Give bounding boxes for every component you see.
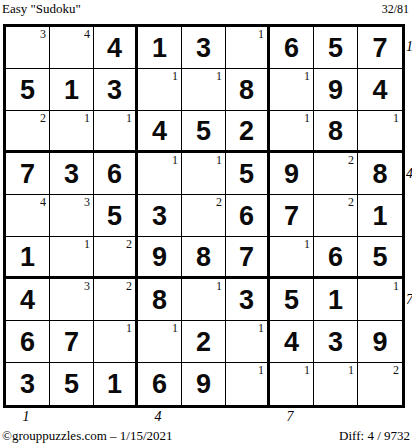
given-digit: 4 xyxy=(107,35,122,62)
given-digit: 7 xyxy=(64,329,79,356)
cell-r3c9[interactable]: 1 xyxy=(358,111,402,153)
pencil-mark: 2 xyxy=(393,364,399,376)
cell-r3c1[interactable]: 2 xyxy=(6,111,50,153)
cell-r2c5[interactable]: 1 xyxy=(182,69,226,111)
pencil-mark: 1 xyxy=(172,322,178,334)
cell-r3c5[interactable]: 5 xyxy=(182,111,226,153)
pencil-mark: 2 xyxy=(216,196,222,208)
given-digit: 3 xyxy=(152,203,167,230)
pencil-mark: 1 xyxy=(84,238,90,250)
pencil-mark: 1 xyxy=(126,322,132,334)
sudoku-page: Easy "Sudoku" 32/81 34413165751311819421… xyxy=(0,0,412,445)
given-digit: 9 xyxy=(196,371,211,398)
cell-r8c5[interactable]: 2 xyxy=(182,321,226,363)
cell-r1c2[interactable]: 4 xyxy=(50,27,94,69)
cell-r8c6[interactable]: 1 xyxy=(226,321,270,363)
pencil-mark: 1 xyxy=(216,280,222,292)
cell-r7c1[interactable]: 4 xyxy=(6,279,50,321)
row-label-4: 4 xyxy=(406,167,412,181)
pencil-mark: 1 xyxy=(304,70,310,82)
given-digit: 6 xyxy=(239,203,254,230)
cell-r4c4[interactable]: 1 xyxy=(138,153,182,195)
pencil-mark: 1 xyxy=(258,322,264,334)
given-digit: 7 xyxy=(239,244,254,271)
cell-r7c2[interactable]: 3 xyxy=(50,279,94,321)
pencil-mark: 1 xyxy=(258,364,264,376)
pencil-mark: 1 xyxy=(393,112,399,124)
pencil-mark: 1 xyxy=(304,364,310,376)
pencil-mark: 3 xyxy=(84,196,90,208)
pencil-mark: 1 xyxy=(304,238,310,250)
given-digit: 5 xyxy=(284,287,299,314)
col-label-7: 7 xyxy=(268,410,312,424)
given-digit: 3 xyxy=(239,287,254,314)
cell-r6c3[interactable]: 2 xyxy=(94,237,138,279)
pencil-mark: 1 xyxy=(84,112,90,124)
pencil-mark: 3 xyxy=(84,280,90,292)
given-digit: 5 xyxy=(372,244,387,271)
given-digit: 7 xyxy=(284,203,299,230)
pencil-mark: 1 xyxy=(172,70,178,82)
cell-r9c9[interactable]: 2 xyxy=(358,363,402,405)
cell-r7c9[interactable]: 1 xyxy=(358,279,402,321)
cell-r1c9[interactable]: 7 xyxy=(358,27,402,69)
cell-r4c2[interactable]: 3 xyxy=(50,153,94,195)
given-digit: 2 xyxy=(196,329,211,356)
cell-r9c1[interactable]: 3 xyxy=(6,363,50,405)
cell-r5c4[interactable]: 3 xyxy=(138,195,182,237)
given-digit: 4 xyxy=(284,329,299,356)
cell-r3c3[interactable]: 1 xyxy=(94,111,138,153)
given-digit: 9 xyxy=(152,244,167,271)
cell-r2c7[interactable]: 1 xyxy=(270,69,314,111)
given-digit: 6 xyxy=(328,244,343,271)
cell-r7c8[interactable]: 1 xyxy=(314,279,358,321)
cell-r5c1[interactable]: 4 xyxy=(6,195,50,237)
pencil-mark: 2 xyxy=(348,196,354,208)
cell-r9c7[interactable]: 1 xyxy=(270,363,314,405)
given-digit: 3 xyxy=(107,77,122,104)
given-digit: 5 xyxy=(64,371,79,398)
cell-r6c2[interactable]: 1 xyxy=(50,237,94,279)
given-digit: 6 xyxy=(20,329,35,356)
cell-r4c3[interactable]: 6 xyxy=(94,153,138,195)
given-digit: 2 xyxy=(239,118,254,145)
cell-r4c1[interactable]: 7 xyxy=(6,153,50,195)
given-digit: 6 xyxy=(152,371,167,398)
given-digit: 8 xyxy=(328,118,343,145)
cell-r4c9[interactable]: 8 xyxy=(358,153,402,195)
cell-r8c2[interactable]: 7 xyxy=(50,321,94,363)
cell-r7c6[interactable]: 3 xyxy=(226,279,270,321)
cell-r7c3[interactable]: 2 xyxy=(94,279,138,321)
given-digit: 5 xyxy=(328,35,343,62)
cell-r5c7[interactable]: 7 xyxy=(270,195,314,237)
copyright-text: ©grouppuzzles.com – 1/15/2021 xyxy=(2,428,173,444)
cell-r7c5[interactable]: 1 xyxy=(182,279,226,321)
cell-r3c4[interactable]: 4 xyxy=(138,111,182,153)
pencil-mark: 1 xyxy=(126,112,132,124)
cell-r9c4[interactable]: 6 xyxy=(138,363,182,405)
cell-r3c7[interactable]: 1 xyxy=(270,111,314,153)
cell-r3c2[interactable]: 1 xyxy=(50,111,94,153)
cell-r6c6[interactable]: 7 xyxy=(226,237,270,279)
given-digit: 8 xyxy=(152,287,167,314)
cell-r2c9[interactable]: 4 xyxy=(358,69,402,111)
cell-r9c6[interactable]: 1 xyxy=(226,363,270,405)
difficulty-text: Diff: 4 / 9732 xyxy=(339,428,410,444)
given-digit: 4 xyxy=(152,118,167,145)
cell-r8c8[interactable]: 3 xyxy=(314,321,358,363)
given-digit: 4 xyxy=(20,287,35,314)
given-digit: 7 xyxy=(372,35,387,62)
given-digit: 9 xyxy=(372,329,387,356)
cell-r8c4[interactable]: 1 xyxy=(138,321,182,363)
given-digit: 1 xyxy=(372,203,387,230)
row-label-7: 7 xyxy=(406,293,412,307)
cell-r8c9[interactable]: 9 xyxy=(358,321,402,363)
cell-r9c2[interactable]: 5 xyxy=(50,363,94,405)
cell-r6c4[interactable]: 9 xyxy=(138,237,182,279)
given-digit: 1 xyxy=(64,77,79,104)
cell-r5c5[interactable]: 2 xyxy=(182,195,226,237)
cell-r6c9[interactable]: 5 xyxy=(358,237,402,279)
given-digit: 3 xyxy=(64,161,79,188)
cell-r6c7[interactable]: 1 xyxy=(270,237,314,279)
cell-r3c6[interactable]: 2 xyxy=(226,111,270,153)
pencil-mark: 3 xyxy=(40,28,46,40)
pencil-mark: 4 xyxy=(40,196,46,208)
sudoku-grid: 3441316575131181942114521817361159284353… xyxy=(3,24,405,408)
given-digit: 3 xyxy=(196,35,211,62)
given-digit: 6 xyxy=(107,161,122,188)
cell-r2c8[interactable]: 9 xyxy=(314,69,358,111)
cell-r1c3[interactable]: 4 xyxy=(94,27,138,69)
cell-r1c1[interactable]: 3 xyxy=(6,27,50,69)
pencil-mark: 1 xyxy=(304,112,310,124)
given-digit: 1 xyxy=(152,35,167,62)
given-digit: 7 xyxy=(20,161,35,188)
pencil-mark: 1 xyxy=(258,28,264,40)
row-label-1: 1 xyxy=(406,40,412,54)
cell-r2c2[interactable]: 1 xyxy=(50,69,94,111)
cell-r4c8[interactable]: 2 xyxy=(314,153,358,195)
page-title: Easy "Sudoku" xyxy=(2,1,81,17)
pencil-mark: 2 xyxy=(348,154,354,166)
given-digit: 1 xyxy=(107,371,122,398)
cell-r6c1[interactable]: 1 xyxy=(6,237,50,279)
cell-r5c8[interactable]: 2 xyxy=(314,195,358,237)
pencil-mark: 1 xyxy=(216,154,222,166)
pencil-mark: 1 xyxy=(348,364,354,376)
cell-r9c5[interactable]: 9 xyxy=(182,363,226,405)
given-digit: 9 xyxy=(284,161,299,188)
cell-r9c8[interactable]: 1 xyxy=(314,363,358,405)
cell-r2c3[interactable]: 3 xyxy=(94,69,138,111)
given-digit: 1 xyxy=(20,244,35,271)
cell-r7c4[interactable]: 8 xyxy=(138,279,182,321)
col-label-1: 1 xyxy=(4,410,48,424)
cell-r2c1[interactable]: 5 xyxy=(6,69,50,111)
cell-r4c5[interactable]: 1 xyxy=(182,153,226,195)
given-digit: 5 xyxy=(239,161,254,188)
given-digit: 3 xyxy=(328,329,343,356)
given-digit: 5 xyxy=(196,118,211,145)
clue-counter: 32/81 xyxy=(382,2,409,17)
pencil-mark: 1 xyxy=(393,280,399,292)
pencil-mark: 1 xyxy=(216,70,222,82)
given-digit: 5 xyxy=(20,77,35,104)
given-digit: 6 xyxy=(284,35,299,62)
cell-r5c6[interactable]: 6 xyxy=(226,195,270,237)
given-digit: 5 xyxy=(107,203,122,230)
cell-r5c9[interactable]: 1 xyxy=(358,195,402,237)
cell-r1c8[interactable]: 5 xyxy=(314,27,358,69)
cell-r6c8[interactable]: 6 xyxy=(314,237,358,279)
cell-r9c3[interactable]: 1 xyxy=(94,363,138,405)
cell-r5c2[interactable]: 3 xyxy=(50,195,94,237)
given-digit: 8 xyxy=(239,77,254,104)
cell-r2c6[interactable]: 8 xyxy=(226,69,270,111)
pencil-mark: 2 xyxy=(126,238,132,250)
given-digit: 9 xyxy=(328,77,343,104)
given-digit: 1 xyxy=(328,287,343,314)
given-digit: 8 xyxy=(372,161,387,188)
cell-r8c3[interactable]: 1 xyxy=(94,321,138,363)
given-digit: 4 xyxy=(372,77,387,104)
pencil-mark: 1 xyxy=(172,154,178,166)
cell-r7c7[interactable]: 5 xyxy=(270,279,314,321)
cell-r1c5[interactable]: 3 xyxy=(182,27,226,69)
cell-r3c8[interactable]: 8 xyxy=(314,111,358,153)
pencil-mark: 2 xyxy=(40,112,46,124)
cell-r5c3[interactable]: 5 xyxy=(94,195,138,237)
cell-r8c7[interactable]: 4 xyxy=(270,321,314,363)
cell-r8c1[interactable]: 6 xyxy=(6,321,50,363)
given-digit: 3 xyxy=(20,371,35,398)
cell-r1c7[interactable]: 6 xyxy=(270,27,314,69)
cell-r1c6[interactable]: 1 xyxy=(226,27,270,69)
cell-r2c4[interactable]: 1 xyxy=(138,69,182,111)
cell-r4c6[interactable]: 5 xyxy=(226,153,270,195)
given-digit: 8 xyxy=(196,244,211,271)
pencil-mark: 4 xyxy=(84,28,90,40)
cell-r6c5[interactable]: 8 xyxy=(182,237,226,279)
cell-r4c7[interactable]: 9 xyxy=(270,153,314,195)
pencil-mark: 2 xyxy=(126,280,132,292)
col-label-4: 4 xyxy=(136,410,180,424)
cell-r1c4[interactable]: 1 xyxy=(138,27,182,69)
